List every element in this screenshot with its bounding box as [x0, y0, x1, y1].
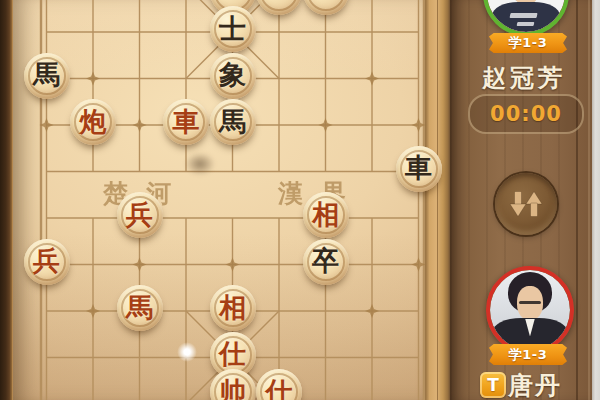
opponent-rank-badge: 学1-3: [489, 33, 567, 53]
piece-red-車-f4r3[interactable]: 車: [163, 99, 209, 145]
piece-red-相-f7r5[interactable]: 相: [303, 192, 349, 238]
piece-red-炮-f2r3[interactable]: 炮: [70, 99, 116, 145]
player-name: 唐丹: [508, 369, 562, 400]
piece-red-兵-f1r6[interactable]: 兵: [24, 239, 70, 285]
title-icon: T: [480, 372, 506, 398]
piece-black-象-f5r2[interactable]: 象: [210, 53, 256, 99]
xiangqi-match-screen: 楚河 漢界 将士象士馬象炮車馬車兵相兵卒馬相仕帅仕 学1-3 赵冠芳 00:00: [0, 0, 600, 400]
piece-black-車-f9r4[interactable]: 車: [396, 146, 442, 192]
screen-edge-strip: [592, 0, 600, 400]
player-rank-badge: 学1-3: [489, 344, 567, 365]
opponent-timer-value: 00:00: [490, 102, 562, 126]
piece-black-象-f7r0[interactable]: 象: [303, 0, 349, 15]
wood-groove: [576, 0, 578, 400]
opponent-rank-text: 学1-3: [509, 34, 548, 52]
piece-red-兵-f3r5[interactable]: 兵: [117, 192, 163, 238]
opponent-timer: 00:00: [468, 94, 584, 134]
player-photo: [490, 270, 570, 350]
piece-black-馬-f1r2[interactable]: 馬: [24, 53, 70, 99]
cursor-sparkle: [177, 342, 197, 362]
piece-black-卒-f7r6[interactable]: 卒: [303, 239, 349, 285]
opponent-name: 赵冠芳: [449, 62, 599, 94]
piece-black-士-f6r0[interactable]: 士: [256, 0, 302, 15]
swap-sides-button[interactable]: [495, 173, 557, 235]
player-avatar[interactable]: [486, 266, 574, 354]
piece-red-帅-f5r9[interactable]: 帅: [210, 369, 256, 400]
piece-red-仕-f6r9[interactable]: 仕: [256, 369, 302, 400]
player-rank-text: 学1-3: [509, 346, 548, 364]
piece-black-士-f5r1[interactable]: 士: [210, 6, 256, 52]
pieces-layer: 将士象士馬象炮車馬車兵相兵卒馬相仕帅仕: [0, 0, 450, 400]
piece-black-馬-f5r3[interactable]: 馬: [210, 99, 256, 145]
wood-highlight: [588, 0, 590, 400]
swap-arrows-icon: [507, 189, 545, 219]
piece-red-馬-f3r7[interactable]: 馬: [117, 285, 163, 331]
piece-red-相-f5r7[interactable]: 相: [210, 285, 256, 331]
xiangqi-board: 楚河 漢界 将士象士馬象炮車馬車兵相兵卒馬相仕帅仕: [0, 0, 450, 400]
